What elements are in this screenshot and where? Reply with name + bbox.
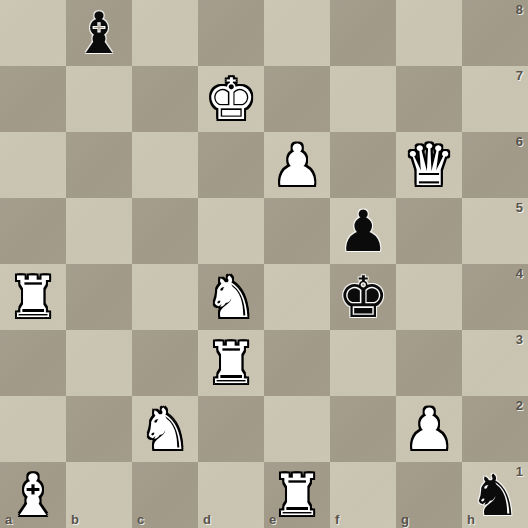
- piece-white-king[interactable]: ♚: [198, 66, 264, 132]
- square-d4[interactable]: ♞: [198, 264, 264, 330]
- square-g4[interactable]: [396, 264, 462, 330]
- square-a3[interactable]: [0, 330, 66, 396]
- square-a8[interactable]: [0, 0, 66, 66]
- square-c4[interactable]: [132, 264, 198, 330]
- piece-white-rook[interactable]: ♜: [198, 330, 264, 396]
- square-c1[interactable]: c: [132, 462, 198, 528]
- square-c8[interactable]: [132, 0, 198, 66]
- square-e3[interactable]: [264, 330, 330, 396]
- square-e8[interactable]: [264, 0, 330, 66]
- rank-label-6: 6: [516, 134, 523, 149]
- square-c5[interactable]: [132, 198, 198, 264]
- rank-label-3: 3: [516, 332, 523, 347]
- square-a6[interactable]: [0, 132, 66, 198]
- square-h7[interactable]: 7: [462, 66, 528, 132]
- piece-white-pawn[interactable]: ♟: [264, 132, 330, 198]
- chess-board: ♝8♚7♟♛6♟5♜♞♚4♜3♞♟2a♝bcde♜fg1h♞: [0, 0, 528, 528]
- square-g1[interactable]: g: [396, 462, 462, 528]
- square-e5[interactable]: [264, 198, 330, 264]
- square-d7[interactable]: ♚: [198, 66, 264, 132]
- rank-label-4: 4: [516, 266, 523, 281]
- piece-white-bishop[interactable]: ♝: [0, 462, 66, 528]
- square-b7[interactable]: [66, 66, 132, 132]
- square-g5[interactable]: [396, 198, 462, 264]
- square-b4[interactable]: [66, 264, 132, 330]
- piece-black-king[interactable]: ♚: [330, 264, 396, 330]
- square-f8[interactable]: [330, 0, 396, 66]
- square-d6[interactable]: [198, 132, 264, 198]
- square-d2[interactable]: [198, 396, 264, 462]
- square-e6[interactable]: ♟: [264, 132, 330, 198]
- square-b6[interactable]: [66, 132, 132, 198]
- piece-white-rook[interactable]: ♜: [264, 462, 330, 528]
- square-e7[interactable]: [264, 66, 330, 132]
- square-f6[interactable]: [330, 132, 396, 198]
- square-g3[interactable]: [396, 330, 462, 396]
- square-f5[interactable]: ♟: [330, 198, 396, 264]
- piece-white-queen[interactable]: ♛: [396, 132, 462, 198]
- square-g2[interactable]: ♟: [396, 396, 462, 462]
- square-f2[interactable]: [330, 396, 396, 462]
- square-h6[interactable]: 6: [462, 132, 528, 198]
- square-f1[interactable]: f: [330, 462, 396, 528]
- square-a7[interactable]: [0, 66, 66, 132]
- piece-white-rook[interactable]: ♜: [0, 264, 66, 330]
- piece-black-knight[interactable]: ♞: [462, 462, 528, 528]
- square-c7[interactable]: [132, 66, 198, 132]
- square-a4[interactable]: ♜: [0, 264, 66, 330]
- rank-label-8: 8: [516, 2, 523, 17]
- square-g7[interactable]: [396, 66, 462, 132]
- square-f3[interactable]: [330, 330, 396, 396]
- square-a1[interactable]: a♝: [0, 462, 66, 528]
- piece-white-pawn[interactable]: ♟: [396, 396, 462, 462]
- square-b5[interactable]: [66, 198, 132, 264]
- piece-black-pawn[interactable]: ♟: [330, 198, 396, 264]
- square-h2[interactable]: 2: [462, 396, 528, 462]
- square-c2[interactable]: ♞: [132, 396, 198, 462]
- file-label-f: f: [335, 512, 339, 527]
- square-f4[interactable]: ♚: [330, 264, 396, 330]
- square-h8[interactable]: 8: [462, 0, 528, 66]
- square-h1[interactable]: 1h♞: [462, 462, 528, 528]
- square-h4[interactable]: 4: [462, 264, 528, 330]
- file-label-g: g: [401, 512, 409, 527]
- square-e1[interactable]: e♜: [264, 462, 330, 528]
- rank-label-5: 5: [516, 200, 523, 215]
- square-g6[interactable]: ♛: [396, 132, 462, 198]
- rank-label-7: 7: [516, 68, 523, 83]
- square-h3[interactable]: 3: [462, 330, 528, 396]
- square-c6[interactable]: [132, 132, 198, 198]
- square-c3[interactable]: [132, 330, 198, 396]
- square-e4[interactable]: [264, 264, 330, 330]
- piece-black-bishop[interactable]: ♝: [66, 0, 132, 66]
- square-b8[interactable]: ♝: [66, 0, 132, 66]
- square-d3[interactable]: ♜: [198, 330, 264, 396]
- piece-white-knight[interactable]: ♞: [198, 264, 264, 330]
- square-d8[interactable]: [198, 0, 264, 66]
- square-b2[interactable]: [66, 396, 132, 462]
- file-label-d: d: [203, 512, 211, 527]
- square-b3[interactable]: [66, 330, 132, 396]
- square-b1[interactable]: b: [66, 462, 132, 528]
- square-d5[interactable]: [198, 198, 264, 264]
- square-h5[interactable]: 5: [462, 198, 528, 264]
- square-f7[interactable]: [330, 66, 396, 132]
- piece-white-knight[interactable]: ♞: [132, 396, 198, 462]
- square-a2[interactable]: [0, 396, 66, 462]
- square-a5[interactable]: [0, 198, 66, 264]
- file-label-b: b: [71, 512, 79, 527]
- square-d1[interactable]: d: [198, 462, 264, 528]
- file-label-c: c: [137, 512, 144, 527]
- square-e2[interactable]: [264, 396, 330, 462]
- square-g8[interactable]: [396, 0, 462, 66]
- rank-label-2: 2: [516, 398, 523, 413]
